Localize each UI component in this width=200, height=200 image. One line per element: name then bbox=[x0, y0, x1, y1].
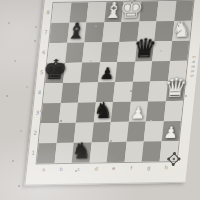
square-e3[interactable] bbox=[111, 102, 131, 122]
file-label-c: c bbox=[69, 162, 88, 174]
square-d2[interactable] bbox=[91, 122, 111, 142]
vinyl-board-sheet: 87654321 ♝♚♝♞♛♚♟♛♞♟♟♞ abcdefgh CHESS bbox=[24, 0, 200, 186]
square-a3[interactable] bbox=[41, 103, 61, 123]
piece-black-bishop-b7[interactable]: ♝ bbox=[66, 20, 88, 42]
piece-black-knight-c1[interactable]: ♞ bbox=[71, 140, 93, 162]
piece-black-king-a5[interactable]: ♚ bbox=[42, 56, 69, 83]
square-b4[interactable] bbox=[60, 83, 80, 103]
square-f2[interactable] bbox=[126, 121, 146, 141]
square-c1[interactable]: ♞ bbox=[72, 142, 92, 162]
piece-black-knight-d3[interactable]: ♞ bbox=[92, 100, 114, 122]
file-labels: abcdefgh bbox=[34, 161, 175, 175]
square-d6[interactable] bbox=[100, 42, 120, 62]
piece-white-pawn-h2[interactable]: ♟ bbox=[163, 125, 179, 141]
board-side-text: CHESS bbox=[189, 56, 196, 80]
piece-black-queen-f6[interactable]: ♛ bbox=[132, 35, 158, 61]
square-h4[interactable]: ♛ bbox=[165, 81, 185, 101]
square-e5[interactable] bbox=[115, 62, 135, 82]
piece-white-queen-h4[interactable]: ♛ bbox=[163, 75, 189, 101]
dust-speckles bbox=[8, 22, 10, 24]
square-f1[interactable] bbox=[124, 142, 144, 162]
square-a5[interactable]: ♚ bbox=[45, 63, 65, 83]
piece-white-knight-h7[interactable]: ♞ bbox=[171, 19, 193, 41]
file-label-f: f bbox=[122, 162, 141, 174]
piece-black-pawn-d5[interactable]: ♟ bbox=[99, 66, 115, 82]
file-label-e: e bbox=[104, 162, 123, 174]
square-c6[interactable] bbox=[82, 42, 102, 62]
piece-white-king-e8[interactable]: ♚ bbox=[118, 0, 145, 22]
square-g1[interactable] bbox=[142, 141, 162, 161]
piece-white-pawn-f3[interactable]: ♟ bbox=[130, 105, 146, 121]
square-g2[interactable] bbox=[144, 121, 164, 141]
square-d5[interactable]: ♟ bbox=[98, 62, 118, 82]
square-b7[interactable]: ♝ bbox=[67, 23, 87, 43]
square-h2[interactable]: ♟ bbox=[161, 121, 181, 141]
square-e2[interactable] bbox=[109, 122, 129, 142]
square-b3[interactable] bbox=[58, 103, 78, 123]
square-h6[interactable] bbox=[170, 41, 190, 61]
file-label-g: g bbox=[139, 161, 158, 173]
square-f6[interactable]: ♛ bbox=[135, 41, 155, 61]
file-label-a: a bbox=[34, 163, 53, 175]
square-e1[interactable] bbox=[107, 142, 127, 162]
square-g3[interactable] bbox=[146, 101, 166, 121]
square-a4[interactable] bbox=[43, 83, 63, 103]
square-d3[interactable]: ♞ bbox=[93, 102, 113, 122]
square-f5[interactable] bbox=[133, 61, 153, 81]
corner-emblem-icon bbox=[165, 150, 183, 168]
square-h3[interactable] bbox=[163, 101, 183, 121]
square-h7[interactable]: ♞ bbox=[172, 21, 192, 41]
file-label-b: b bbox=[52, 163, 71, 175]
square-a1[interactable] bbox=[37, 143, 57, 163]
chessboard-photo: 87654321 ♝♚♝♞♛♚♟♛♞♟♟♞ abcdefgh CHESS bbox=[0, 0, 200, 200]
square-a2[interactable] bbox=[39, 123, 59, 143]
square-d7[interactable] bbox=[102, 22, 122, 42]
square-e4[interactable] bbox=[113, 82, 133, 102]
file-label-d: d bbox=[87, 162, 106, 174]
chess-board: ♝♚♝♞♛♚♟♛♞♟♟♞ bbox=[36, 0, 195, 164]
square-e8[interactable]: ♚ bbox=[121, 2, 141, 22]
square-f4[interactable] bbox=[130, 81, 150, 101]
square-c5[interactable] bbox=[80, 62, 100, 82]
square-f3[interactable]: ♟ bbox=[128, 101, 148, 121]
